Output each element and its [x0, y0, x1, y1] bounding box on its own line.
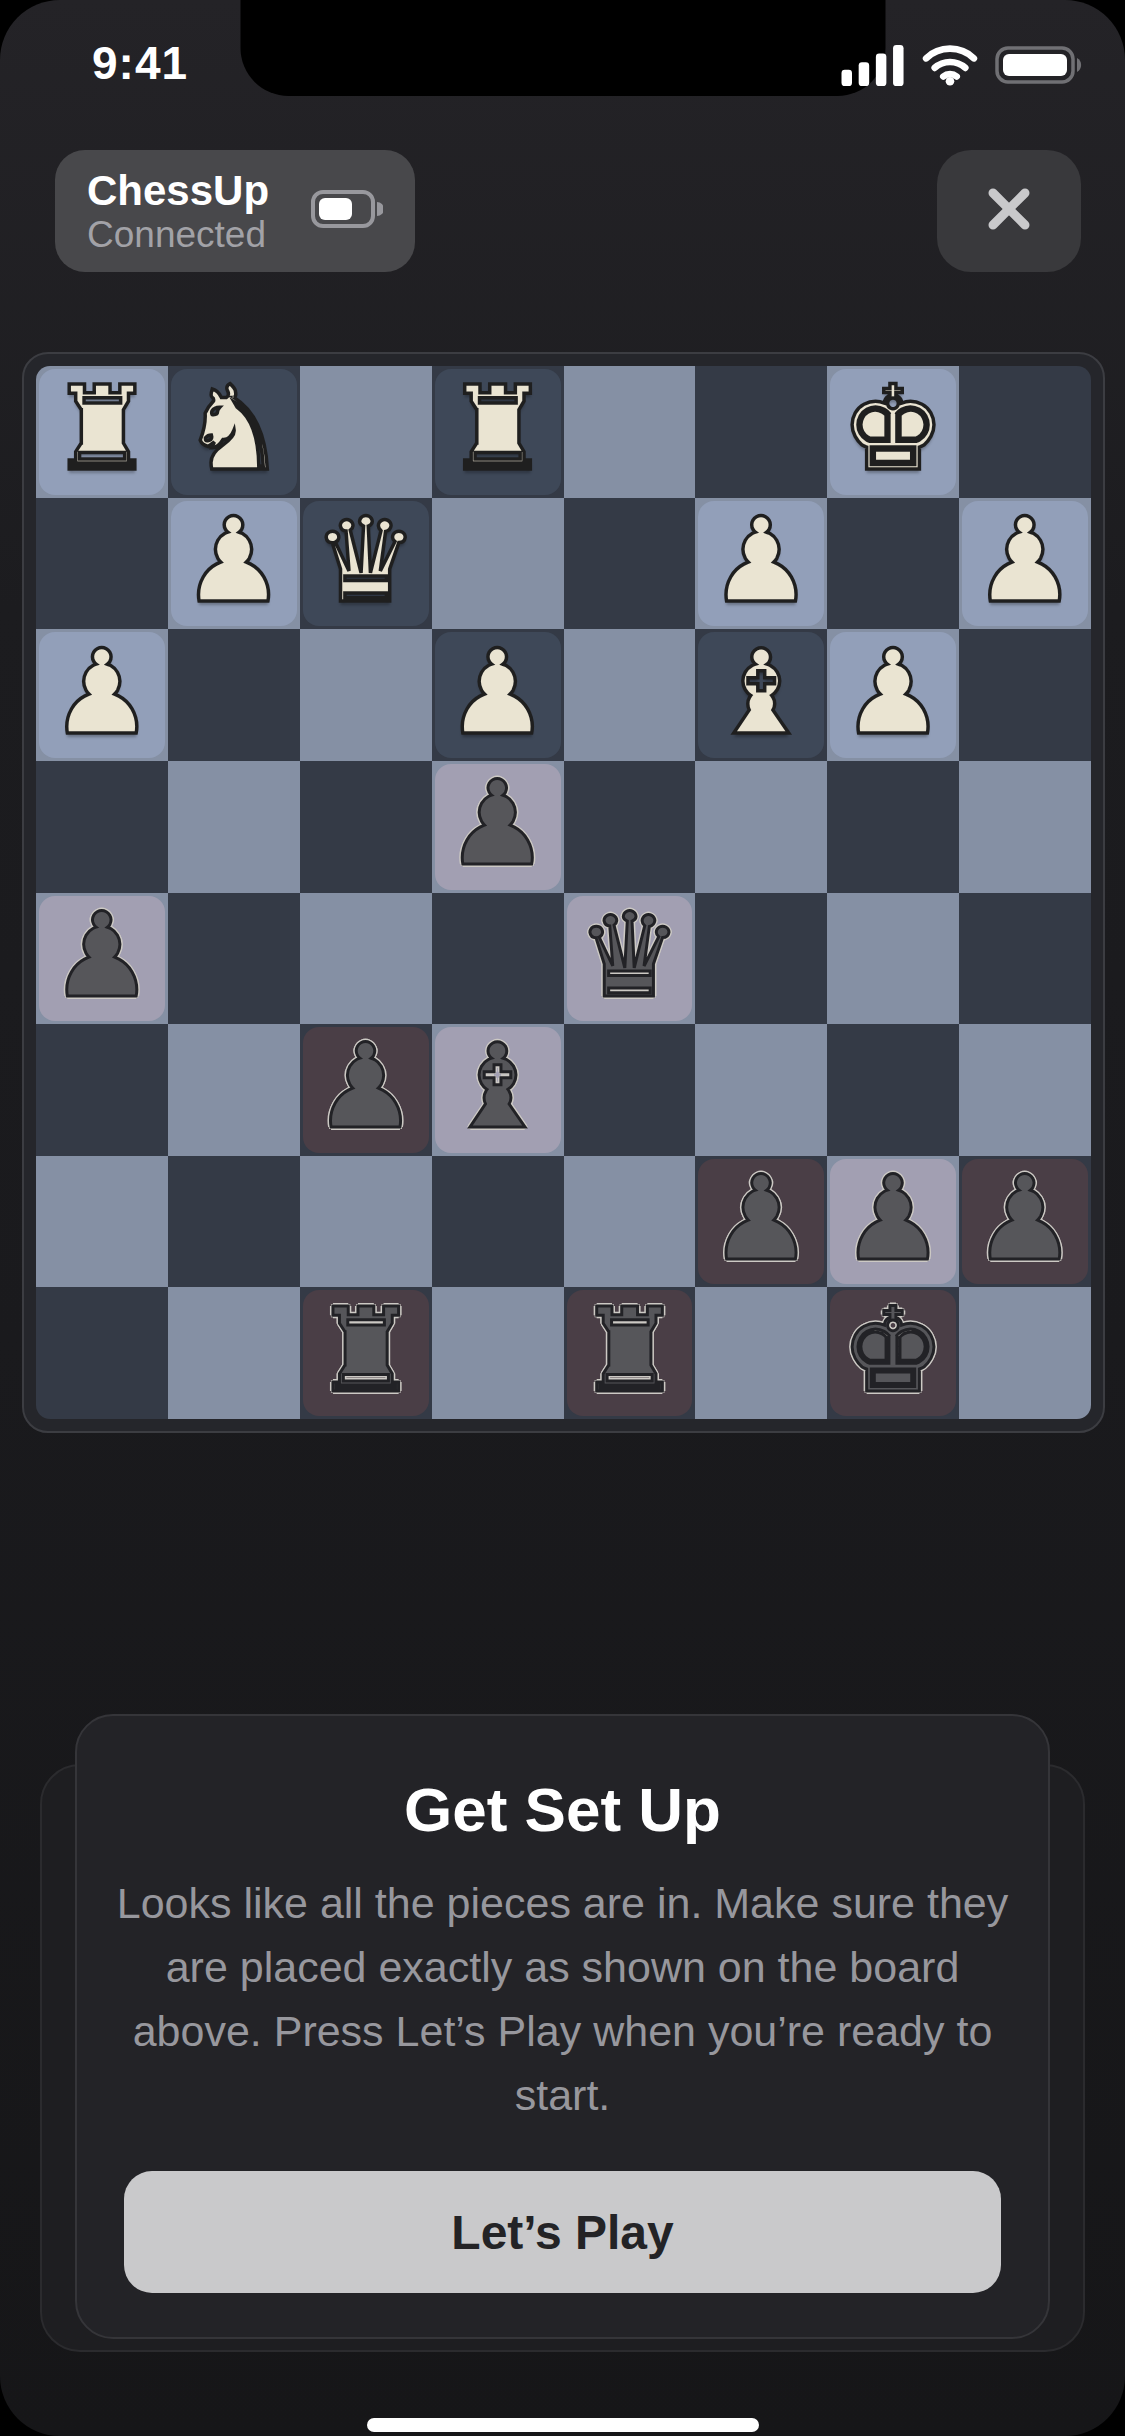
phone-screen: 9:41	[0, 0, 1125, 2436]
black-pawn-piece: ♟	[36, 890, 168, 1022]
card-title: Get Set Up	[77, 1774, 1048, 1845]
black-pawn-piece: ♟	[432, 758, 564, 890]
square-f2: ♛	[300, 498, 432, 630]
square-e5	[432, 893, 564, 1025]
square-e8	[432, 1287, 564, 1419]
square-b6	[827, 1024, 959, 1156]
square-a2: ♟	[959, 498, 1091, 630]
square-d5: ♛	[564, 893, 696, 1025]
square-d1	[564, 366, 696, 498]
square-h6	[36, 1024, 168, 1156]
square-b4	[827, 761, 959, 893]
close-icon	[983, 183, 1035, 239]
black-pawn-piece: ♟	[827, 1153, 959, 1285]
square-g8	[168, 1287, 300, 1419]
black-king-piece: ♚	[827, 1284, 959, 1416]
square-h8	[36, 1287, 168, 1419]
square-h1: ♜	[36, 366, 168, 498]
black-pawn-piece: ♟	[959, 1153, 1091, 1285]
square-e7	[432, 1156, 564, 1288]
square-a7: ♟	[959, 1156, 1091, 1288]
square-c3: ♝	[695, 629, 827, 761]
square-e4: ♟	[432, 761, 564, 893]
square-e1: ♜	[432, 366, 564, 498]
white-pawn-piece: ♟	[168, 495, 300, 627]
white-bishop-piece: ♝	[695, 626, 827, 758]
white-pawn-piece: ♟	[959, 495, 1091, 627]
square-g7	[168, 1156, 300, 1288]
square-c4	[695, 761, 827, 893]
status-icons	[841, 44, 1085, 90]
close-button[interactable]	[937, 150, 1081, 272]
white-rook-piece: ♜	[36, 366, 168, 495]
square-b7: ♟	[827, 1156, 959, 1288]
square-g4	[168, 761, 300, 893]
white-king-piece: ♚	[827, 366, 959, 495]
square-d7	[564, 1156, 696, 1288]
square-a6	[959, 1024, 1091, 1156]
square-d3	[564, 629, 696, 761]
wifi-icon	[920, 44, 980, 90]
square-f4	[300, 761, 432, 893]
device-status-pill[interactable]: ChessUp Connected	[55, 150, 415, 272]
white-pawn-piece: ♟	[432, 626, 564, 758]
device-name: ChessUp	[87, 167, 269, 214]
square-c1	[695, 366, 827, 498]
square-c2: ♟	[695, 498, 827, 630]
black-bishop-piece: ♝	[432, 1021, 564, 1153]
square-g3	[168, 629, 300, 761]
square-c6	[695, 1024, 827, 1156]
square-d8: ♜	[564, 1287, 696, 1419]
square-f5	[300, 893, 432, 1025]
black-rook-piece: ♜	[300, 1284, 432, 1416]
device-battery-icon	[311, 189, 383, 233]
square-g2: ♟	[168, 498, 300, 630]
square-g6	[168, 1024, 300, 1156]
square-e6: ♝	[432, 1024, 564, 1156]
black-pawn-piece: ♟	[300, 1021, 432, 1153]
square-b8: ♚	[827, 1287, 959, 1419]
square-h3: ♟	[36, 629, 168, 761]
square-a3	[959, 629, 1091, 761]
white-pawn-piece: ♟	[827, 626, 959, 758]
lets-play-button[interactable]: Let’s Play	[124, 2171, 1001, 2293]
square-h2	[36, 498, 168, 630]
square-f6: ♟	[300, 1024, 432, 1156]
connection-status: Connected	[87, 214, 269, 255]
status-time: 9:41	[92, 36, 188, 90]
black-queen-piece: ♛	[564, 890, 696, 1022]
status-bar: 9:41	[0, 0, 1125, 110]
square-a1	[959, 366, 1091, 498]
home-indicator[interactable]	[367, 2418, 759, 2432]
square-d6	[564, 1024, 696, 1156]
square-e2	[432, 498, 564, 630]
white-knight-piece: ♞	[168, 366, 300, 495]
square-b1: ♚	[827, 366, 959, 498]
square-g1: ♞	[168, 366, 300, 498]
black-rook-piece: ♜	[564, 1284, 696, 1416]
notch	[240, 0, 885, 96]
square-h7	[36, 1156, 168, 1288]
square-a8	[959, 1287, 1091, 1419]
square-h5: ♟	[36, 893, 168, 1025]
square-c5	[695, 893, 827, 1025]
black-pawn-piece: ♟	[695, 1153, 827, 1285]
white-queen-piece: ♛	[300, 495, 432, 627]
square-f1	[300, 366, 432, 498]
square-d2	[564, 498, 696, 630]
square-f3	[300, 629, 432, 761]
square-a5	[959, 893, 1091, 1025]
square-f7	[300, 1156, 432, 1288]
white-pawn-piece: ♟	[36, 626, 168, 758]
white-pawn-piece: ♟	[695, 495, 827, 627]
lets-play-label: Let’s Play	[451, 2205, 673, 2260]
white-rook-piece: ♜	[432, 366, 564, 495]
square-b5	[827, 893, 959, 1025]
square-b3: ♟	[827, 629, 959, 761]
square-h4	[36, 761, 168, 893]
square-c7: ♟	[695, 1156, 827, 1288]
square-e3: ♟	[432, 629, 564, 761]
chess-board: ♜♞♜♚♟♛♟♟♟♟♝♟♟♟♛♟♝♟♟♟♜♜♚	[36, 366, 1091, 1419]
square-b2	[827, 498, 959, 630]
square-d4	[564, 761, 696, 893]
cellular-signal-icon	[841, 44, 905, 90]
square-a4	[959, 761, 1091, 893]
battery-icon	[995, 44, 1085, 90]
square-c8	[695, 1287, 827, 1419]
chess-board-frame: ♜♞♜♚♟♛♟♟♟♟♝♟♟♟♛♟♝♟♟♟♜♜♚	[22, 352, 1105, 1433]
card-body-text: Looks like all the pieces are in. Make s…	[107, 1871, 1019, 2127]
setup-card: Get Set Up Looks like all the pieces are…	[75, 1714, 1050, 2339]
square-g5	[168, 893, 300, 1025]
square-f8: ♜	[300, 1287, 432, 1419]
